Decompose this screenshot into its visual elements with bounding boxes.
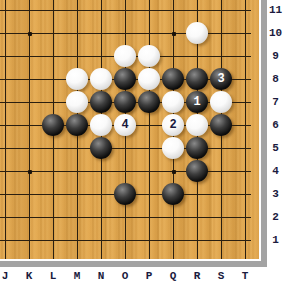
move-number: 2: [162, 114, 184, 136]
row-label-4: 4: [267, 164, 284, 178]
go-stone-white-Q5[interactable]: [162, 137, 184, 159]
column-label-Q: Q: [166, 269, 180, 283]
row-label-1: 1: [267, 233, 284, 247]
row-coordinates: 1110987654321: [267, 0, 284, 267]
go-stone-white-S7[interactable]: [210, 91, 232, 113]
column-label-K: K: [22, 269, 36, 283]
move-number: 1: [186, 91, 208, 113]
column-label-L: L: [46, 269, 60, 283]
row-label-11: 11: [267, 3, 284, 17]
row-label-8: 8: [267, 72, 284, 86]
column-label-S: S: [214, 269, 228, 283]
grid-line-row-5: [0, 148, 251, 149]
go-stone-white-R10[interactable]: [186, 22, 208, 44]
go-stone-white-P9[interactable]: [138, 45, 160, 67]
go-diagram: 3142 1110987654321 JKLMNOPQRST: [0, 0, 284, 284]
go-stone-black-R4[interactable]: [186, 160, 208, 182]
column-coordinates: JKLMNOPQRST: [0, 267, 267, 284]
grid-line-row-11: [0, 10, 251, 11]
go-stone-black-Q3[interactable]: [162, 183, 184, 205]
go-stone-white-Q6[interactable]: 2: [162, 114, 184, 136]
go-board[interactable]: 3142: [0, 0, 259, 259]
go-stone-white-M8[interactable]: [66, 68, 88, 90]
row-label-2: 2: [267, 210, 284, 224]
grid-line-col-K: [29, 0, 30, 259]
go-stone-white-Q7[interactable]: [162, 91, 184, 113]
go-stone-white-R6[interactable]: [186, 114, 208, 136]
go-stone-black-R8[interactable]: [186, 68, 208, 90]
row-label-7: 7: [267, 95, 284, 109]
move-number: 3: [210, 68, 232, 90]
grid-line-row-2: [0, 217, 251, 218]
grid-line-row-10: [0, 33, 251, 34]
go-stone-black-M6[interactable]: [66, 114, 88, 136]
go-stone-white-M7[interactable]: [66, 91, 88, 113]
go-stone-white-N8[interactable]: [90, 68, 112, 90]
star-point-K10: [28, 32, 32, 36]
go-stone-black-N5[interactable]: [90, 137, 112, 159]
star-point-K4: [28, 170, 32, 174]
go-stone-white-N6[interactable]: [90, 114, 112, 136]
grid-line-col-T: [245, 0, 246, 259]
column-label-J: J: [0, 269, 12, 283]
star-point-Q4: [172, 170, 176, 174]
go-stone-white-P8[interactable]: [138, 68, 160, 90]
column-label-N: N: [94, 269, 108, 283]
go-stone-black-O3[interactable]: [114, 183, 136, 205]
go-stone-black-R5[interactable]: [186, 137, 208, 159]
go-stone-black-L6[interactable]: [42, 114, 64, 136]
column-label-P: P: [142, 269, 156, 283]
column-label-M: M: [70, 269, 84, 283]
row-label-9: 9: [267, 49, 284, 63]
grid-line-col-P: [149, 0, 150, 259]
grid-line-col-J: [5, 0, 6, 259]
column-label-T: T: [238, 269, 252, 283]
column-label-O: O: [118, 269, 132, 283]
row-label-5: 5: [267, 141, 284, 155]
row-label-10: 10: [267, 26, 284, 40]
go-stone-black-O8[interactable]: [114, 68, 136, 90]
go-stone-white-O6[interactable]: 4: [114, 114, 136, 136]
go-stone-white-O9[interactable]: [114, 45, 136, 67]
go-stone-black-P7[interactable]: [138, 91, 160, 113]
grid-line-row-1: [0, 240, 251, 241]
go-stone-black-N7[interactable]: [90, 91, 112, 113]
column-label-R: R: [190, 269, 204, 283]
go-stone-black-O7[interactable]: [114, 91, 136, 113]
go-stone-black-R7[interactable]: 1: [186, 91, 208, 113]
go-stone-black-S6[interactable]: [210, 114, 232, 136]
grid-line-row-4: [0, 171, 251, 172]
go-stone-black-S8[interactable]: 3: [210, 68, 232, 90]
move-number: 4: [114, 114, 136, 136]
row-label-3: 3: [267, 187, 284, 201]
row-label-6: 6: [267, 118, 284, 132]
go-stone-black-Q8[interactable]: [162, 68, 184, 90]
star-point-Q10: [172, 32, 176, 36]
